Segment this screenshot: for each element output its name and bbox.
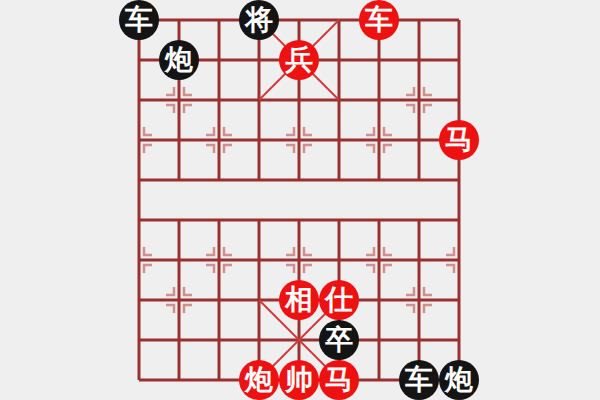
piece-red-soldier[interactable]: 兵 (279, 40, 319, 80)
piece-red-horse[interactable]: 马 (319, 360, 359, 400)
piece-black-cannon[interactable]: 炮 (159, 40, 199, 80)
piece-red-general[interactable]: 帅 (279, 360, 319, 400)
piece-black-chariot[interactable]: 车 (119, 0, 159, 40)
piece-black-cannon[interactable]: 炮 (439, 360, 479, 400)
xiangqi-board[interactable]: 车将车炮兵马相仕卒炮帅马车炮 (0, 0, 600, 400)
pieces-layer: 车将车炮兵马相仕卒炮帅马车炮 (119, 0, 479, 400)
piece-red-cannon[interactable]: 炮 (239, 360, 279, 400)
piece-black-soldier[interactable]: 卒 (319, 320, 359, 360)
piece-red-horse[interactable]: 马 (439, 120, 479, 160)
piece-black-chariot[interactable]: 车 (399, 360, 439, 400)
piece-red-elephant[interactable]: 相 (279, 280, 319, 320)
piece-red-advisor[interactable]: 仕 (319, 280, 359, 320)
piece-red-chariot[interactable]: 车 (359, 0, 399, 40)
piece-black-general[interactable]: 将 (239, 0, 279, 40)
